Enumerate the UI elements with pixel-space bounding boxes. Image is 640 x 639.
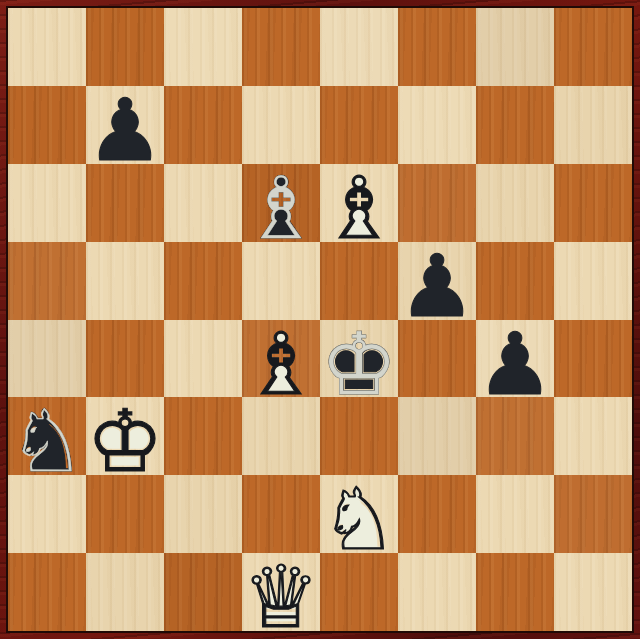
square-b5[interactable]	[86, 242, 164, 320]
square-a4[interactable]	[8, 320, 86, 398]
square-g6[interactable]	[476, 164, 554, 242]
black-pawn-glyph: ♟	[398, 243, 475, 320]
square-b7[interactable]: ♟	[86, 86, 164, 164]
square-h6[interactable]	[554, 164, 632, 242]
square-a2[interactable]	[8, 475, 86, 553]
square-d5[interactable]	[242, 242, 320, 320]
black-king[interactable]: ♚♔	[320, 320, 398, 398]
square-g3[interactable]	[476, 397, 554, 475]
square-b3[interactable]: ♚♔	[86, 397, 164, 475]
square-f2[interactable]	[398, 475, 476, 553]
square-e5[interactable]	[320, 242, 398, 320]
square-e2[interactable]: ♞♘	[320, 475, 398, 553]
square-b4[interactable]	[86, 320, 164, 398]
black-pawn-glyph: ♟	[86, 87, 163, 164]
square-f6[interactable]	[398, 164, 476, 242]
square-g8[interactable]	[476, 8, 554, 86]
white-king[interactable]: ♚♔	[86, 397, 164, 475]
square-f4[interactable]	[398, 320, 476, 398]
black-bishop-detail-lines: ♗	[242, 165, 319, 242]
square-b6[interactable]	[86, 164, 164, 242]
black-pawn-glyph: ♟	[476, 321, 553, 398]
black-knight-detail-lines: ♘	[8, 398, 85, 475]
square-c2[interactable]	[164, 475, 242, 553]
square-d1[interactable]: ♛♕	[242, 553, 320, 631]
square-f7[interactable]	[398, 86, 476, 164]
square-a3[interactable]: ♞♘	[8, 397, 86, 475]
square-d2[interactable]	[242, 475, 320, 553]
square-h2[interactable]	[554, 475, 632, 553]
black-pawn[interactable]: ♟	[86, 86, 164, 164]
square-c4[interactable]	[164, 320, 242, 398]
square-d4[interactable]: ♝♗	[242, 320, 320, 398]
black-pawn[interactable]: ♟	[398, 242, 476, 320]
square-a7[interactable]	[8, 86, 86, 164]
white-bishop-detail-lines: ♗	[242, 321, 319, 398]
square-e8[interactable]	[320, 8, 398, 86]
square-c7[interactable]	[164, 86, 242, 164]
black-pawn[interactable]: ♟	[476, 320, 554, 398]
square-f1[interactable]	[398, 553, 476, 631]
square-g7[interactable]	[476, 86, 554, 164]
square-a5[interactable]	[8, 242, 86, 320]
square-h5[interactable]	[554, 242, 632, 320]
white-king-detail-lines: ♔	[86, 398, 163, 475]
square-g2[interactable]	[476, 475, 554, 553]
square-c8[interactable]	[164, 8, 242, 86]
square-a1[interactable]	[8, 553, 86, 631]
white-bishop[interactable]: ♝♗	[242, 320, 320, 398]
board-grid: ♟♝♗♝♗♟♝♗♚♔♟♞♘♚♔♞♘♛♕	[8, 8, 632, 631]
square-e4[interactable]: ♚♔	[320, 320, 398, 398]
black-king-detail-lines: ♔	[320, 321, 397, 398]
square-f3[interactable]	[398, 397, 476, 475]
square-e7[interactable]	[320, 86, 398, 164]
square-b1[interactable]	[86, 553, 164, 631]
square-f8[interactable]	[398, 8, 476, 86]
white-bishop[interactable]: ♝♗	[320, 164, 398, 242]
white-bishop-detail-lines: ♗	[320, 165, 397, 242]
square-e1[interactable]	[320, 553, 398, 631]
square-e6[interactable]: ♝♗	[320, 164, 398, 242]
square-h4[interactable]	[554, 320, 632, 398]
square-g4[interactable]: ♟	[476, 320, 554, 398]
black-bishop[interactable]: ♝♗	[242, 164, 320, 242]
square-h8[interactable]	[554, 8, 632, 86]
square-h3[interactable]	[554, 397, 632, 475]
square-h7[interactable]	[554, 86, 632, 164]
white-knight-detail-lines: ♘	[320, 476, 397, 553]
black-knight[interactable]: ♞♘	[8, 397, 86, 475]
chessboard: ♟♝♗♝♗♟♝♗♚♔♟♞♘♚♔♞♘♛♕	[0, 0, 640, 639]
square-g1[interactable]	[476, 553, 554, 631]
square-a6[interactable]	[8, 164, 86, 242]
square-c6[interactable]	[164, 164, 242, 242]
square-h1[interactable]	[554, 553, 632, 631]
white-queen[interactable]: ♛♕	[242, 553, 320, 631]
white-knight[interactable]: ♞♘	[320, 475, 398, 553]
square-d3[interactable]	[242, 397, 320, 475]
square-c3[interactable]	[164, 397, 242, 475]
square-e3[interactable]	[320, 397, 398, 475]
square-b8[interactable]	[86, 8, 164, 86]
square-c1[interactable]	[164, 553, 242, 631]
square-f5[interactable]: ♟	[398, 242, 476, 320]
square-d6[interactable]: ♝♗	[242, 164, 320, 242]
square-b2[interactable]	[86, 475, 164, 553]
square-d8[interactable]	[242, 8, 320, 86]
white-queen-detail-lines: ♕	[242, 554, 319, 631]
square-a8[interactable]	[8, 8, 86, 86]
square-d7[interactable]	[242, 86, 320, 164]
square-g5[interactable]	[476, 242, 554, 320]
square-c5[interactable]	[164, 242, 242, 320]
